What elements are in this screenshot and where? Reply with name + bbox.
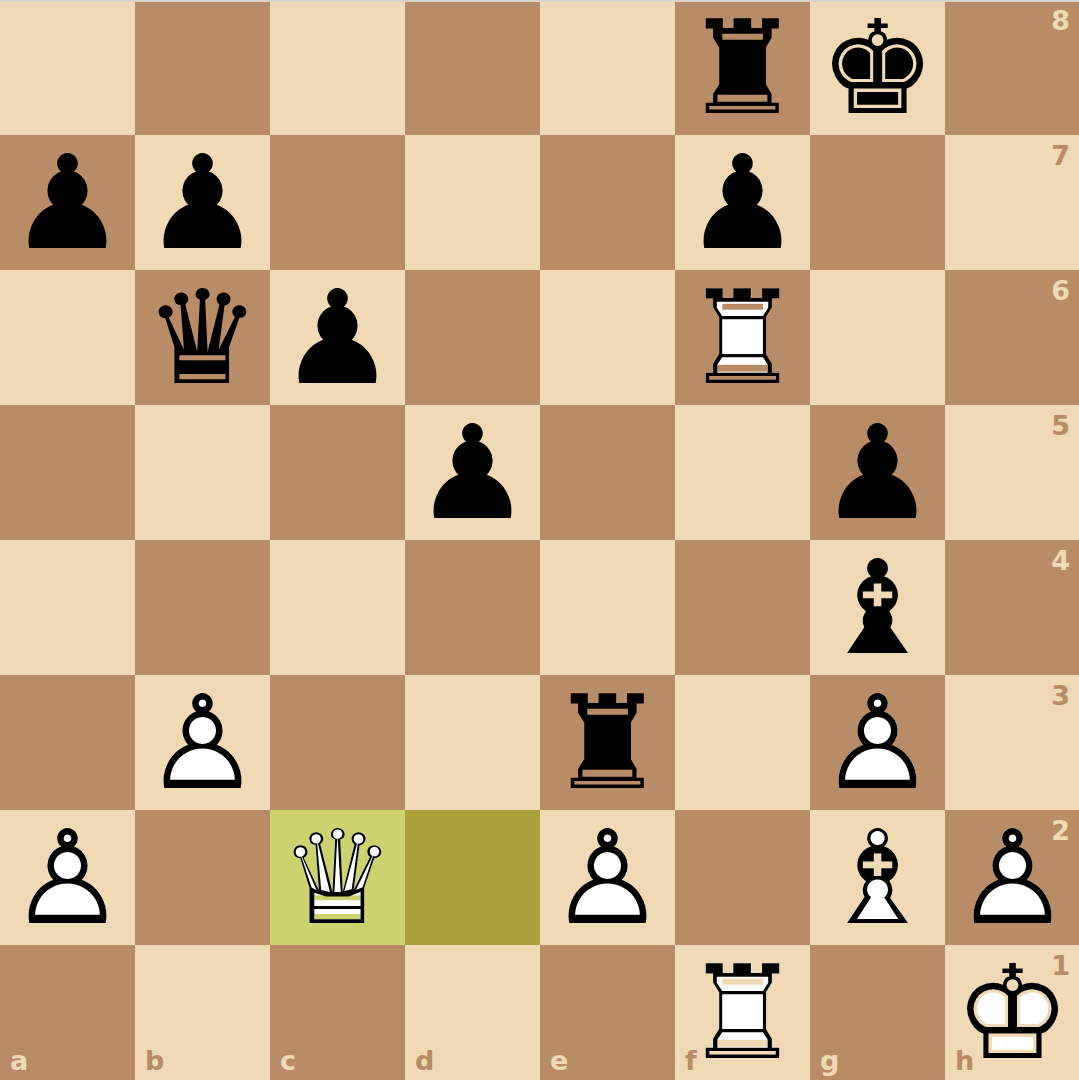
piece-black-queen[interactable]: ♛	[135, 270, 270, 405]
square-h4[interactable]: 4	[945, 540, 1079, 675]
white-pawn-glyph: ♙	[810, 675, 945, 810]
square-g6[interactable]	[810, 270, 945, 405]
square-h3[interactable]: 3	[945, 675, 1079, 810]
square-f8[interactable]: ♜	[675, 0, 810, 135]
piece-black-pawn[interactable]: ♟	[135, 135, 270, 270]
square-h2[interactable]: ♟♙2	[945, 810, 1079, 945]
square-b5[interactable]	[135, 405, 270, 540]
white-pawn-glyph: ♙	[0, 810, 135, 945]
square-b8[interactable]	[135, 0, 270, 135]
square-d5[interactable]: ♟	[405, 405, 540, 540]
square-a2[interactable]: ♟♙	[0, 810, 135, 945]
square-c2[interactable]: ♛♕	[270, 810, 405, 945]
square-f2[interactable]	[675, 810, 810, 945]
window-top-edge	[0, 0, 1079, 2]
square-c4[interactable]	[270, 540, 405, 675]
square-e6[interactable]	[540, 270, 675, 405]
square-d8[interactable]	[405, 0, 540, 135]
file-label-e: e	[550, 1047, 568, 1074]
square-f1[interactable]: ♜♖f	[675, 945, 810, 1080]
square-f7[interactable]: ♟	[675, 135, 810, 270]
white-pawn-glyph: ♙	[540, 810, 675, 945]
square-f6[interactable]: ♜♖	[675, 270, 810, 405]
piece-black-king[interactable]: ♚	[810, 0, 945, 135]
square-b7[interactable]: ♟	[135, 135, 270, 270]
white-queen-glyph: ♕	[270, 810, 405, 945]
piece-black-pawn[interactable]: ♟	[270, 270, 405, 405]
square-h6[interactable]: 6	[945, 270, 1079, 405]
square-g8[interactable]: ♚	[810, 0, 945, 135]
piece-black-rook[interactable]: ♜	[675, 0, 810, 135]
square-c1[interactable]: c	[270, 945, 405, 1080]
square-d3[interactable]	[405, 675, 540, 810]
square-g7[interactable]	[810, 135, 945, 270]
piece-black-pawn[interactable]: ♟	[405, 405, 540, 540]
square-h1[interactable]: ♚♔h1	[945, 945, 1079, 1080]
chess-board: ♜♚8♟♟♟7♛♟♜♖6♟♟5♝4♟♙♜♟♙3♟♙♛♕♟♙♝♗♟♙2abcde♜…	[0, 0, 1079, 1080]
rank-label-8: 8	[1051, 7, 1070, 34]
square-b3[interactable]: ♟♙	[135, 675, 270, 810]
piece-white-pawn[interactable]: ♟♙	[0, 810, 135, 945]
square-e7[interactable]	[540, 135, 675, 270]
square-a3[interactable]	[0, 675, 135, 810]
piece-white-queen[interactable]: ♛♕	[270, 810, 405, 945]
square-h8[interactable]: 8	[945, 0, 1079, 135]
square-e5[interactable]	[540, 405, 675, 540]
square-a1[interactable]: a	[0, 945, 135, 1080]
piece-white-pawn[interactable]: ♟♙	[810, 675, 945, 810]
square-a5[interactable]	[0, 405, 135, 540]
square-a8[interactable]	[0, 0, 135, 135]
square-f5[interactable]	[675, 405, 810, 540]
white-bishop-glyph: ♗	[810, 810, 945, 945]
file-label-f: f	[685, 1047, 697, 1074]
piece-black-pawn[interactable]: ♟	[0, 135, 135, 270]
square-c3[interactable]	[270, 675, 405, 810]
square-b4[interactable]	[135, 540, 270, 675]
square-c8[interactable]	[270, 0, 405, 135]
piece-white-pawn[interactable]: ♟♙	[540, 810, 675, 945]
file-label-a: a	[10, 1047, 28, 1074]
file-label-b: b	[145, 1047, 164, 1074]
square-a6[interactable]	[0, 270, 135, 405]
piece-white-rook[interactable]: ♜♖	[675, 270, 810, 405]
piece-white-bishop[interactable]: ♝♗	[810, 810, 945, 945]
square-c5[interactable]	[270, 405, 405, 540]
square-a4[interactable]	[0, 540, 135, 675]
square-b1[interactable]: b	[135, 945, 270, 1080]
piece-black-pawn[interactable]: ♟	[675, 135, 810, 270]
square-d4[interactable]	[405, 540, 540, 675]
square-h5[interactable]: 5	[945, 405, 1079, 540]
square-e3[interactable]: ♜	[540, 675, 675, 810]
white-rook-glyph: ♖	[675, 270, 810, 405]
square-e8[interactable]	[540, 0, 675, 135]
square-d2[interactable]	[405, 810, 540, 945]
piece-black-rook[interactable]: ♜	[540, 675, 675, 810]
rank-label-5: 5	[1051, 412, 1070, 439]
square-e1[interactable]: e	[540, 945, 675, 1080]
rank-label-1: 1	[1051, 952, 1070, 979]
square-b6[interactable]: ♛	[135, 270, 270, 405]
rank-label-7: 7	[1051, 142, 1070, 169]
square-d7[interactable]	[405, 135, 540, 270]
rank-label-6: 6	[1051, 277, 1070, 304]
square-d6[interactable]	[405, 270, 540, 405]
piece-white-pawn[interactable]: ♟♙	[135, 675, 270, 810]
square-h7[interactable]: 7	[945, 135, 1079, 270]
piece-black-pawn[interactable]: ♟	[810, 405, 945, 540]
square-g2[interactable]: ♝♗	[810, 810, 945, 945]
square-e2[interactable]: ♟♙	[540, 810, 675, 945]
square-c7[interactable]	[270, 135, 405, 270]
square-d1[interactable]: d	[405, 945, 540, 1080]
file-label-h: h	[955, 1047, 974, 1074]
square-g4[interactable]: ♝	[810, 540, 945, 675]
square-g1[interactable]: g	[810, 945, 945, 1080]
square-g3[interactable]: ♟♙	[810, 675, 945, 810]
file-label-d: d	[415, 1047, 434, 1074]
file-label-c: c	[280, 1047, 296, 1074]
square-f3[interactable]	[675, 675, 810, 810]
square-e4[interactable]	[540, 540, 675, 675]
white-pawn-glyph: ♙	[135, 675, 270, 810]
square-g5[interactable]: ♟	[810, 405, 945, 540]
rank-label-3: 3	[1051, 682, 1070, 709]
square-b2[interactable]	[135, 810, 270, 945]
piece-black-bishop[interactable]: ♝	[810, 540, 945, 675]
square-c6[interactable]: ♟	[270, 270, 405, 405]
file-label-g: g	[820, 1047, 839, 1074]
rank-label-2: 2	[1051, 817, 1070, 844]
square-a7[interactable]: ♟	[0, 135, 135, 270]
square-f4[interactable]	[675, 540, 810, 675]
rank-label-4: 4	[1051, 547, 1070, 574]
